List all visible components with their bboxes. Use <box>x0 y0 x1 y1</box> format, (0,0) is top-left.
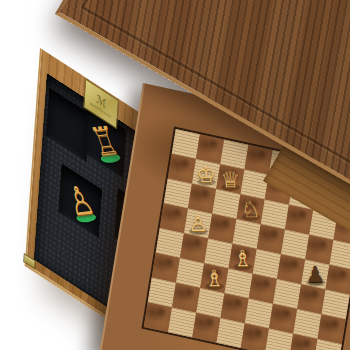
square-e1 <box>241 323 269 350</box>
chess-set-product-photo: ♖♙♙ ℳ MANOPOULOS ♔♕♘♙♗♗♟ <box>0 0 350 350</box>
tray-piece-white-pawn: ♙ <box>53 171 108 230</box>
tray-slot-3: ♙ <box>58 164 102 238</box>
white-bishop-d4: ♗ <box>230 246 256 271</box>
white-pawn-b5: ♙ <box>185 211 211 236</box>
white-king-b7: ♔ <box>193 161 219 186</box>
white-queen-c7: ♕ <box>218 167 244 192</box>
black-pawn-g4: ♟ <box>303 262 329 287</box>
white-knight-d6: ♘ <box>238 197 264 222</box>
white-bishop-c3: ♗ <box>202 266 228 291</box>
